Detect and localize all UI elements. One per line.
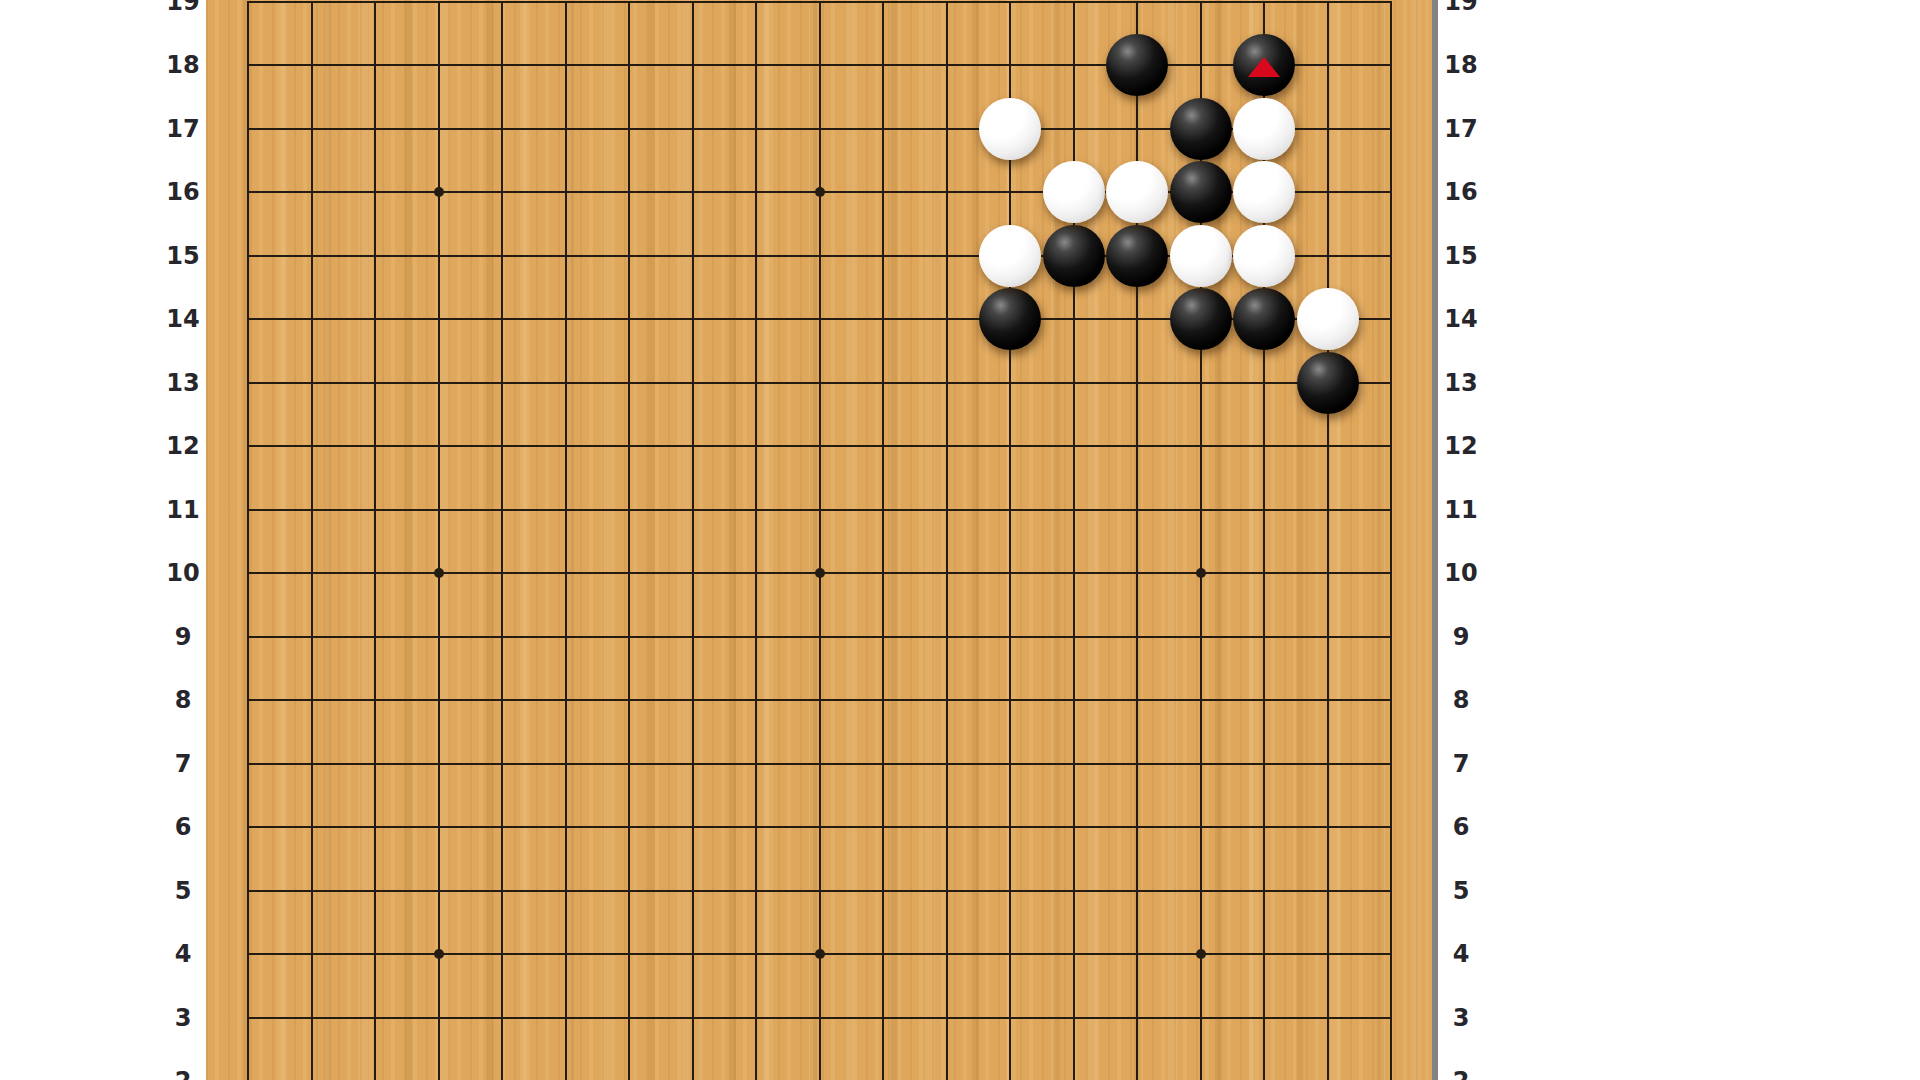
grid-line-vertical [374,1,376,1080]
grid-line-vertical [501,1,503,1080]
grid-line-horizontal [247,699,1392,701]
grid-line-vertical [438,1,440,1080]
grid-line-horizontal [247,1017,1392,1019]
row-label-left-5: 5 [153,876,213,906]
stone-black-N14[interactable] [979,288,1041,350]
row-label-right-18: 18 [1431,50,1491,80]
grid-line-horizontal [247,953,1392,955]
stone-black-S13[interactable] [1297,352,1359,414]
stone-white-Q15[interactable] [1170,225,1232,287]
row-label-right-11: 11 [1431,495,1491,525]
row-label-left-12: 12 [153,431,213,461]
row-label-right-8: 8 [1431,685,1491,715]
grid-line-vertical [755,1,757,1080]
stone-white-S14[interactable] [1297,288,1359,350]
grid-line-vertical [1327,1,1329,1080]
panel-divider [1432,0,1438,1080]
row-label-left-10: 10 [153,558,213,588]
row-label-left-8: 8 [153,685,213,715]
grid-line-horizontal [247,826,1392,828]
grid-line-horizontal [247,636,1392,638]
row-label-left-18: 18 [153,50,213,80]
row-label-left-4: 4 [153,939,213,969]
stone-white-P16[interactable] [1106,161,1168,223]
grid-line-horizontal [247,763,1392,765]
row-label-right-4: 4 [1431,939,1491,969]
goban[interactable] [216,0,1423,1080]
row-label-left-11: 11 [153,495,213,525]
row-label-right-13: 13 [1431,368,1491,398]
stone-white-R15[interactable] [1233,225,1295,287]
stone-black-Q16[interactable] [1170,161,1232,223]
grid-line-vertical [247,1,249,1080]
stone-black-R14[interactable] [1233,288,1295,350]
goban-panel [206,0,1432,1080]
row-label-left-3: 3 [153,1003,213,1033]
row-label-right-5: 5 [1431,876,1491,906]
grid-line-vertical [311,1,313,1080]
grid-line-vertical [628,1,630,1080]
grid-line-vertical [882,1,884,1080]
grid-line-horizontal [247,572,1392,574]
row-label-left-16: 16 [153,177,213,207]
row-label-right-6: 6 [1431,812,1491,842]
row-label-right-7: 7 [1431,749,1491,779]
stone-black-P15[interactable] [1106,225,1168,287]
last-move-triangle-marker [1248,57,1280,77]
stone-black-Q14[interactable] [1170,288,1232,350]
row-label-left-9: 9 [153,622,213,652]
row-label-left-17: 17 [153,114,213,144]
row-label-right-3: 3 [1431,1003,1491,1033]
stone-white-R16[interactable] [1233,161,1295,223]
row-label-right-19: 19 [1431,0,1491,17]
grid-line-vertical [565,1,567,1080]
row-labels-right: 1918171615141312111098765432 [1431,0,1491,1080]
row-label-left-2: 2 [153,1066,213,1080]
row-label-left-14: 14 [153,304,213,334]
grid-line-vertical [819,1,821,1080]
row-label-right-15: 15 [1431,241,1491,271]
row-label-right-17: 17 [1431,114,1491,144]
stone-black-R18[interactable] [1233,34,1295,96]
grid-line-vertical [946,1,948,1080]
row-label-left-13: 13 [153,368,213,398]
grid-line-vertical [692,1,694,1080]
row-label-right-10: 10 [1431,558,1491,588]
stone-white-R17[interactable] [1233,98,1295,160]
stone-black-Q17[interactable] [1170,98,1232,160]
grid-line-horizontal [247,890,1392,892]
stone-white-N17[interactable] [979,98,1041,160]
stone-white-N15[interactable] [979,225,1041,287]
row-label-right-14: 14 [1431,304,1491,334]
row-labels-left: 1918171615141312111098765432 [153,0,213,1080]
stone-black-O15[interactable] [1043,225,1105,287]
row-label-left-7: 7 [153,749,213,779]
row-label-left-19: 19 [153,0,213,17]
row-label-left-6: 6 [153,812,213,842]
stone-black-P18[interactable] [1106,34,1168,96]
stone-white-O16[interactable] [1043,161,1105,223]
row-label-left-15: 15 [153,241,213,271]
row-label-right-9: 9 [1431,622,1491,652]
grid-line-vertical [1390,1,1392,1080]
row-label-right-12: 12 [1431,431,1491,461]
grid-line-vertical [1009,1,1011,1080]
row-label-right-2: 2 [1431,1066,1491,1080]
row-label-right-16: 16 [1431,177,1491,207]
